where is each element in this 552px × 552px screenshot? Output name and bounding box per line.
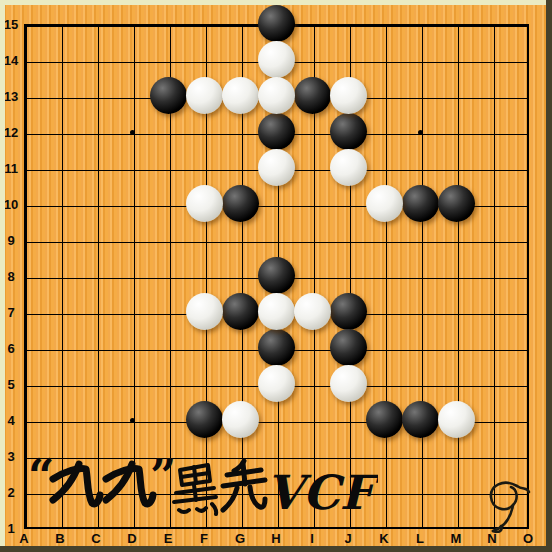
- char-jiu-2: [106, 464, 153, 504]
- black-stone[interactable]: [186, 401, 223, 438]
- frame-edge-right: [546, 0, 552, 552]
- white-stone[interactable]: [186, 185, 223, 222]
- white-stone[interactable]: [258, 293, 295, 330]
- white-stone[interactable]: [258, 77, 295, 114]
- frame-edge-top: [0, 0, 546, 5]
- black-stone[interactable]: [150, 77, 187, 114]
- frame-edge-bottom: [0, 546, 552, 552]
- column-label: L: [402, 530, 438, 547]
- column-label: D: [114, 530, 150, 547]
- white-stone[interactable]: [258, 149, 295, 186]
- column-label: H: [258, 530, 294, 547]
- column-label: B: [42, 530, 78, 547]
- black-stone[interactable]: [330, 293, 367, 330]
- column-coordinates: ABCDEFGHIJKLMNO: [6, 530, 546, 547]
- white-stone[interactable]: [330, 365, 367, 402]
- black-stone[interactable]: [366, 401, 403, 438]
- black-stone[interactable]: [258, 5, 295, 42]
- white-stone[interactable]: [258, 41, 295, 78]
- black-stone[interactable]: [258, 113, 295, 150]
- column-label: M: [438, 530, 474, 547]
- black-stone[interactable]: [330, 113, 367, 150]
- black-stone[interactable]: [258, 329, 295, 366]
- white-stone[interactable]: [330, 149, 367, 186]
- black-stone[interactable]: [438, 185, 475, 222]
- black-stone[interactable]: [222, 293, 259, 330]
- white-stone[interactable]: [222, 401, 259, 438]
- white-stone[interactable]: [222, 77, 259, 114]
- char-xian: [223, 461, 265, 510]
- white-stone[interactable]: [186, 293, 223, 330]
- white-stone[interactable]: [438, 401, 475, 438]
- white-stone[interactable]: [366, 185, 403, 222]
- white-stone[interactable]: [330, 77, 367, 114]
- column-label: J: [330, 530, 366, 547]
- column-label: G: [222, 530, 258, 547]
- column-label: F: [186, 530, 222, 547]
- black-stone[interactable]: [402, 185, 439, 222]
- column-label: A: [6, 530, 42, 547]
- signature-mark: [483, 479, 531, 535]
- renju-board: 151413121110987654321 ABCDEFGHIJKLMNO “ …: [0, 0, 552, 552]
- close-quote: ”: [150, 454, 176, 503]
- black-stone[interactable]: [258, 257, 295, 294]
- black-stone[interactable]: [402, 401, 439, 438]
- column-label: I: [294, 530, 330, 547]
- white-stone[interactable]: [258, 365, 295, 402]
- column-label: K: [366, 530, 402, 547]
- column-label: C: [78, 530, 114, 547]
- black-stone[interactable]: [330, 329, 367, 366]
- char-jiu-1: [53, 464, 100, 504]
- caption-latin: VCF?: [266, 465, 378, 518]
- caption-calligraphy: “ ”: [26, 454, 378, 518]
- frame-edge-left: [0, 0, 5, 546]
- black-stone[interactable]: [294, 77, 331, 114]
- black-stone[interactable]: [222, 185, 259, 222]
- white-stone[interactable]: [294, 293, 331, 330]
- white-stone[interactable]: [186, 77, 223, 114]
- char-hei: [174, 465, 216, 514]
- column-label: E: [150, 530, 186, 547]
